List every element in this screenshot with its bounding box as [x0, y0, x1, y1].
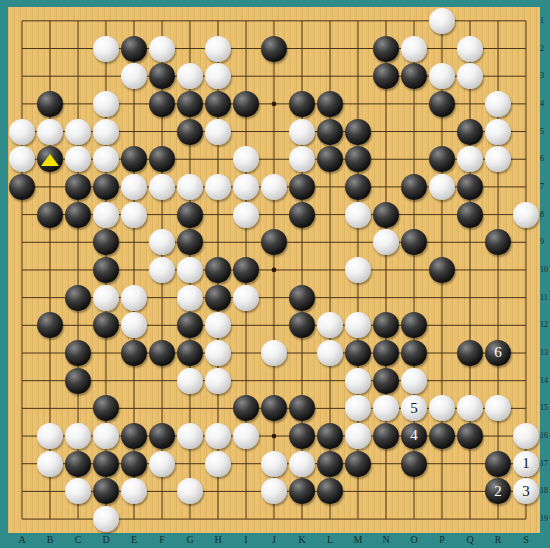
intersection-A13[interactable]: [8, 339, 36, 367]
intersection-H10[interactable]: [204, 256, 232, 284]
intersection-J19[interactable]: [260, 505, 288, 533]
intersection-M4[interactable]: [344, 90, 372, 118]
intersection-D8[interactable]: [92, 201, 120, 229]
intersection-A9[interactable]: [8, 228, 36, 256]
intersection-I3[interactable]: [232, 62, 260, 90]
black-stone-M7[interactable]: [345, 174, 371, 200]
intersection-I15[interactable]: [232, 394, 260, 422]
black-stone-E6[interactable]: [121, 146, 147, 172]
intersection-P12[interactable]: [428, 311, 456, 339]
intersection-R6[interactable]: [484, 145, 512, 173]
black-stone-N16[interactable]: [373, 423, 399, 449]
white-stone-E3[interactable]: [121, 63, 147, 89]
intersection-H7[interactable]: [204, 173, 232, 201]
black-stone-Q13[interactable]: [457, 340, 483, 366]
intersection-L2[interactable]: [316, 35, 344, 63]
intersection-E13[interactable]: [120, 339, 148, 367]
black-stone-G5[interactable]: [177, 119, 203, 145]
intersection-M14[interactable]: [344, 367, 372, 395]
white-stone-J7[interactable]: [261, 174, 287, 200]
intersection-I10[interactable]: [232, 256, 260, 284]
white-stone-C5[interactable]: [65, 119, 91, 145]
intersection-R10[interactable]: [484, 256, 512, 284]
white-stone-N15[interactable]: [373, 395, 399, 421]
intersection-M1[interactable]: [344, 7, 372, 35]
intersection-Q7[interactable]: [456, 173, 484, 201]
intersection-N9[interactable]: [372, 228, 400, 256]
intersection-P9[interactable]: [428, 228, 456, 256]
intersection-J8[interactable]: [260, 201, 288, 229]
intersection-C18[interactable]: [64, 477, 92, 505]
white-stone-H12[interactable]: [205, 312, 231, 338]
intersection-F6[interactable]: [148, 145, 176, 173]
intersection-S3[interactable]: [512, 62, 540, 90]
intersection-J17[interactable]: [260, 450, 288, 478]
intersection-S11[interactable]: [512, 284, 540, 312]
intersection-D17[interactable]: [92, 450, 120, 478]
black-stone-M13[interactable]: [345, 340, 371, 366]
black-stone-H10[interactable]: [205, 257, 231, 283]
white-stone-H3[interactable]: [205, 63, 231, 89]
intersection-O14[interactable]: [400, 367, 428, 395]
black-stone-I10[interactable]: [233, 257, 259, 283]
black-stone-B6[interactable]: [37, 146, 63, 172]
intersection-K10[interactable]: [288, 256, 316, 284]
intersection-Q1[interactable]: [456, 7, 484, 35]
intersection-H3[interactable]: [204, 62, 232, 90]
intersection-B19[interactable]: [36, 505, 64, 533]
intersection-J6[interactable]: [260, 145, 288, 173]
intersection-P3[interactable]: [428, 62, 456, 90]
black-stone-L18[interactable]: [317, 478, 343, 504]
intersection-E9[interactable]: [120, 228, 148, 256]
black-stone-M17[interactable]: [345, 451, 371, 477]
intersection-G16[interactable]: [176, 422, 204, 450]
black-stone-P6[interactable]: [429, 146, 455, 172]
intersection-L5[interactable]: [316, 118, 344, 146]
intersection-O7[interactable]: [400, 173, 428, 201]
white-stone-D11[interactable]: [93, 285, 119, 311]
intersection-J18[interactable]: [260, 477, 288, 505]
intersection-O9[interactable]: [400, 228, 428, 256]
intersection-G15[interactable]: [176, 394, 204, 422]
white-stone-H2[interactable]: [205, 36, 231, 62]
white-stone-C16[interactable]: [65, 423, 91, 449]
white-stone-F9[interactable]: [149, 229, 175, 255]
intersection-M2[interactable]: [344, 35, 372, 63]
black-stone-K7[interactable]: [289, 174, 315, 200]
intersection-F17[interactable]: [148, 450, 176, 478]
white-stone-P3[interactable]: [429, 63, 455, 89]
intersection-A12[interactable]: [8, 311, 36, 339]
black-stone-G12[interactable]: [177, 312, 203, 338]
intersection-B2[interactable]: [36, 35, 64, 63]
intersection-R4[interactable]: [484, 90, 512, 118]
intersection-G1[interactable]: [176, 7, 204, 35]
intersection-R1[interactable]: [484, 7, 512, 35]
intersection-S18[interactable]: 3: [512, 477, 540, 505]
black-stone-L17[interactable]: [317, 451, 343, 477]
black-stone-F3[interactable]: [149, 63, 175, 89]
intersection-E11[interactable]: [120, 284, 148, 312]
white-stone-H7[interactable]: [205, 174, 231, 200]
white-stone-D16[interactable]: [93, 423, 119, 449]
intersection-C13[interactable]: [64, 339, 92, 367]
intersection-M11[interactable]: [344, 284, 372, 312]
intersection-K13[interactable]: [288, 339, 316, 367]
white-stone-M12[interactable]: [345, 312, 371, 338]
black-stone-A7[interactable]: [9, 174, 35, 200]
intersection-B18[interactable]: [36, 477, 64, 505]
intersection-L17[interactable]: [316, 450, 344, 478]
black-stone-J9[interactable]: [261, 229, 287, 255]
intersection-G10[interactable]: [176, 256, 204, 284]
black-stone-C7[interactable]: [65, 174, 91, 200]
intersection-F10[interactable]: [148, 256, 176, 284]
intersection-C7[interactable]: [64, 173, 92, 201]
intersection-I11[interactable]: [232, 284, 260, 312]
intersection-H14[interactable]: [204, 367, 232, 395]
intersection-L3[interactable]: [316, 62, 344, 90]
intersection-Q11[interactable]: [456, 284, 484, 312]
intersection-L16[interactable]: [316, 422, 344, 450]
black-stone-O13[interactable]: [401, 340, 427, 366]
intersection-F3[interactable]: [148, 62, 176, 90]
intersection-O16[interactable]: 4: [400, 422, 428, 450]
intersection-K4[interactable]: [288, 90, 316, 118]
intersection-N14[interactable]: [372, 367, 400, 395]
intersection-K11[interactable]: [288, 284, 316, 312]
intersection-I5[interactable]: [232, 118, 260, 146]
intersection-D3[interactable]: [92, 62, 120, 90]
black-stone-C11[interactable]: [65, 285, 91, 311]
intersection-N17[interactable]: [372, 450, 400, 478]
intersection-G3[interactable]: [176, 62, 204, 90]
intersection-D7[interactable]: [92, 173, 120, 201]
go-board[interactable]: 654123: [8, 7, 540, 533]
intersection-A10[interactable]: [8, 256, 36, 284]
white-stone-K6[interactable]: [289, 146, 315, 172]
intersection-M6[interactable]: [344, 145, 372, 173]
black-stone-R17[interactable]: [485, 451, 511, 477]
black-stone-L4[interactable]: [317, 91, 343, 117]
intersection-M3[interactable]: [344, 62, 372, 90]
white-stone-D4[interactable]: [93, 91, 119, 117]
intersection-I1[interactable]: [232, 7, 260, 35]
intersection-P13[interactable]: [428, 339, 456, 367]
intersection-S16[interactable]: [512, 422, 540, 450]
intersection-K8[interactable]: [288, 201, 316, 229]
intersection-S9[interactable]: [512, 228, 540, 256]
black-stone-C14[interactable]: [65, 368, 91, 394]
intersection-K14[interactable]: [288, 367, 316, 395]
intersection-P8[interactable]: [428, 201, 456, 229]
intersection-I19[interactable]: [232, 505, 260, 533]
intersection-A7[interactable]: [8, 173, 36, 201]
intersection-B6[interactable]: [36, 145, 64, 173]
white-stone-I6[interactable]: [233, 146, 259, 172]
intersection-D4[interactable]: [92, 90, 120, 118]
intersection-A14[interactable]: [8, 367, 36, 395]
black-stone-P10[interactable]: [429, 257, 455, 283]
white-stone-R4[interactable]: [485, 91, 511, 117]
black-stone-E13[interactable]: [121, 340, 147, 366]
intersection-S2[interactable]: [512, 35, 540, 63]
intersection-G5[interactable]: [176, 118, 204, 146]
intersection-I18[interactable]: [232, 477, 260, 505]
intersection-F5[interactable]: [148, 118, 176, 146]
white-stone-H5[interactable]: [205, 119, 231, 145]
intersection-A4[interactable]: [8, 90, 36, 118]
intersection-P5[interactable]: [428, 118, 456, 146]
intersection-K19[interactable]: [288, 505, 316, 533]
white-stone-M14[interactable]: [345, 368, 371, 394]
white-stone-S18[interactable]: 3: [513, 478, 539, 504]
intersection-A15[interactable]: [8, 394, 36, 422]
intersection-C6[interactable]: [64, 145, 92, 173]
intersection-O15[interactable]: 5: [400, 394, 428, 422]
intersection-H16[interactable]: [204, 422, 232, 450]
intersection-O10[interactable]: [400, 256, 428, 284]
intersection-P7[interactable]: [428, 173, 456, 201]
intersection-F7[interactable]: [148, 173, 176, 201]
intersection-R13[interactable]: 6: [484, 339, 512, 367]
black-stone-K18[interactable]: [289, 478, 315, 504]
black-stone-P4[interactable]: [429, 91, 455, 117]
intersection-Q6[interactable]: [456, 145, 484, 173]
intersection-A16[interactable]: [8, 422, 36, 450]
intersection-D6[interactable]: [92, 145, 120, 173]
white-stone-K5[interactable]: [289, 119, 315, 145]
intersection-E19[interactable]: [120, 505, 148, 533]
intersection-F2[interactable]: [148, 35, 176, 63]
black-stone-B4[interactable]: [37, 91, 63, 117]
black-stone-O3[interactable]: [401, 63, 427, 89]
intersection-M15[interactable]: [344, 394, 372, 422]
black-stone-C17[interactable]: [65, 451, 91, 477]
intersection-B14[interactable]: [36, 367, 64, 395]
intersection-F19[interactable]: [148, 505, 176, 533]
black-stone-J15[interactable]: [261, 395, 287, 421]
intersection-N11[interactable]: [372, 284, 400, 312]
black-stone-M6[interactable]: [345, 146, 371, 172]
white-stone-R15[interactable]: [485, 395, 511, 421]
intersection-N8[interactable]: [372, 201, 400, 229]
intersection-R17[interactable]: [484, 450, 512, 478]
board-grid[interactable]: 654123: [8, 7, 540, 533]
intersection-D18[interactable]: [92, 477, 120, 505]
intersection-G6[interactable]: [176, 145, 204, 173]
white-stone-Q2[interactable]: [457, 36, 483, 62]
intersection-A3[interactable]: [8, 62, 36, 90]
black-stone-F16[interactable]: [149, 423, 175, 449]
intersection-S10[interactable]: [512, 256, 540, 284]
black-stone-N2[interactable]: [373, 36, 399, 62]
intersection-R19[interactable]: [484, 505, 512, 533]
intersection-R8[interactable]: [484, 201, 512, 229]
black-stone-D15[interactable]: [93, 395, 119, 421]
intersection-S19[interactable]: [512, 505, 540, 533]
black-stone-O7[interactable]: [401, 174, 427, 200]
intersection-M18[interactable]: [344, 477, 372, 505]
intersection-S4[interactable]: [512, 90, 540, 118]
black-stone-N12[interactable]: [373, 312, 399, 338]
intersection-L13[interactable]: [316, 339, 344, 367]
white-stone-I7[interactable]: [233, 174, 259, 200]
intersection-R15[interactable]: [484, 394, 512, 422]
intersection-N2[interactable]: [372, 35, 400, 63]
black-stone-K8[interactable]: [289, 202, 315, 228]
intersection-G13[interactable]: [176, 339, 204, 367]
intersection-G9[interactable]: [176, 228, 204, 256]
intersection-F1[interactable]: [148, 7, 176, 35]
intersection-C8[interactable]: [64, 201, 92, 229]
white-stone-D19[interactable]: [93, 506, 119, 532]
intersection-Q19[interactable]: [456, 505, 484, 533]
intersection-E4[interactable]: [120, 90, 148, 118]
intersection-Q10[interactable]: [456, 256, 484, 284]
intersection-B13[interactable]: [36, 339, 64, 367]
white-stone-M16[interactable]: [345, 423, 371, 449]
intersection-L9[interactable]: [316, 228, 344, 256]
black-stone-K11[interactable]: [289, 285, 315, 311]
intersection-M16[interactable]: [344, 422, 372, 450]
white-stone-G10[interactable]: [177, 257, 203, 283]
white-stone-J13[interactable]: [261, 340, 287, 366]
intersection-E12[interactable]: [120, 311, 148, 339]
intersection-G19[interactable]: [176, 505, 204, 533]
intersection-L7[interactable]: [316, 173, 344, 201]
intersection-L14[interactable]: [316, 367, 344, 395]
black-stone-G9[interactable]: [177, 229, 203, 255]
intersection-K17[interactable]: [288, 450, 316, 478]
intersection-F8[interactable]: [148, 201, 176, 229]
intersection-C19[interactable]: [64, 505, 92, 533]
intersection-H8[interactable]: [204, 201, 232, 229]
black-stone-H4[interactable]: [205, 91, 231, 117]
intersection-F14[interactable]: [148, 367, 176, 395]
intersection-E16[interactable]: [120, 422, 148, 450]
intersection-S17[interactable]: 1: [512, 450, 540, 478]
intersection-G12[interactable]: [176, 311, 204, 339]
black-stone-O17[interactable]: [401, 451, 427, 477]
intersection-H17[interactable]: [204, 450, 232, 478]
intersection-G11[interactable]: [176, 284, 204, 312]
intersection-J14[interactable]: [260, 367, 288, 395]
white-stone-Q15[interactable]: [457, 395, 483, 421]
black-stone-E17[interactable]: [121, 451, 147, 477]
black-stone-Q16[interactable]: [457, 423, 483, 449]
intersection-F13[interactable]: [148, 339, 176, 367]
intersection-K5[interactable]: [288, 118, 316, 146]
black-stone-D9[interactable]: [93, 229, 119, 255]
white-stone-Q6[interactable]: [457, 146, 483, 172]
intersection-E2[interactable]: [120, 35, 148, 63]
intersection-I16[interactable]: [232, 422, 260, 450]
white-stone-I11[interactable]: [233, 285, 259, 311]
intersection-N7[interactable]: [372, 173, 400, 201]
intersection-H19[interactable]: [204, 505, 232, 533]
intersection-S6[interactable]: [512, 145, 540, 173]
intersection-Q16[interactable]: [456, 422, 484, 450]
black-stone-N8[interactable]: [373, 202, 399, 228]
black-stone-R18[interactable]: 2: [485, 478, 511, 504]
intersection-H15[interactable]: [204, 394, 232, 422]
intersection-N5[interactable]: [372, 118, 400, 146]
black-stone-E2[interactable]: [121, 36, 147, 62]
intersection-O13[interactable]: [400, 339, 428, 367]
intersection-L15[interactable]: [316, 394, 344, 422]
intersection-D13[interactable]: [92, 339, 120, 367]
black-stone-D7[interactable]: [93, 174, 119, 200]
black-stone-K12[interactable]: [289, 312, 315, 338]
intersection-J4[interactable]: [260, 90, 288, 118]
intersection-H13[interactable]: [204, 339, 232, 367]
white-stone-H17[interactable]: [205, 451, 231, 477]
intersection-D14[interactable]: [92, 367, 120, 395]
intersection-C12[interactable]: [64, 311, 92, 339]
intersection-O2[interactable]: [400, 35, 428, 63]
intersection-C10[interactable]: [64, 256, 92, 284]
white-stone-M10[interactable]: [345, 257, 371, 283]
intersection-G18[interactable]: [176, 477, 204, 505]
intersection-H12[interactable]: [204, 311, 232, 339]
intersection-K7[interactable]: [288, 173, 316, 201]
intersection-R2[interactable]: [484, 35, 512, 63]
intersection-S1[interactable]: [512, 7, 540, 35]
white-stone-H14[interactable]: [205, 368, 231, 394]
black-stone-G4[interactable]: [177, 91, 203, 117]
intersection-R12[interactable]: [484, 311, 512, 339]
white-stone-R5[interactable]: [485, 119, 511, 145]
intersection-A11[interactable]: [8, 284, 36, 312]
intersection-E17[interactable]: [120, 450, 148, 478]
white-stone-F7[interactable]: [149, 174, 175, 200]
black-stone-C8[interactable]: [65, 202, 91, 228]
intersection-O4[interactable]: [400, 90, 428, 118]
intersection-C14[interactable]: [64, 367, 92, 395]
intersection-B11[interactable]: [36, 284, 64, 312]
white-stone-M15[interactable]: [345, 395, 371, 421]
intersection-B16[interactable]: [36, 422, 64, 450]
white-stone-E11[interactable]: [121, 285, 147, 311]
white-stone-L13[interactable]: [317, 340, 343, 366]
intersection-P4[interactable]: [428, 90, 456, 118]
intersection-D16[interactable]: [92, 422, 120, 450]
white-stone-N9[interactable]: [373, 229, 399, 255]
intersection-I6[interactable]: [232, 145, 260, 173]
intersection-I17[interactable]: [232, 450, 260, 478]
intersection-S13[interactable]: [512, 339, 540, 367]
intersection-G2[interactable]: [176, 35, 204, 63]
white-stone-Q3[interactable]: [457, 63, 483, 89]
intersection-S14[interactable]: [512, 367, 540, 395]
black-stone-L16[interactable]: [317, 423, 343, 449]
intersection-M9[interactable]: [344, 228, 372, 256]
intersection-L12[interactable]: [316, 311, 344, 339]
white-stone-H16[interactable]: [205, 423, 231, 449]
white-stone-S8[interactable]: [513, 202, 539, 228]
intersection-C1[interactable]: [64, 7, 92, 35]
intersection-D11[interactable]: [92, 284, 120, 312]
intersection-F12[interactable]: [148, 311, 176, 339]
intersection-F9[interactable]: [148, 228, 176, 256]
intersection-R7[interactable]: [484, 173, 512, 201]
black-stone-B8[interactable]: [37, 202, 63, 228]
white-stone-F10[interactable]: [149, 257, 175, 283]
white-stone-O15[interactable]: 5: [401, 395, 427, 421]
intersection-B8[interactable]: [36, 201, 64, 229]
